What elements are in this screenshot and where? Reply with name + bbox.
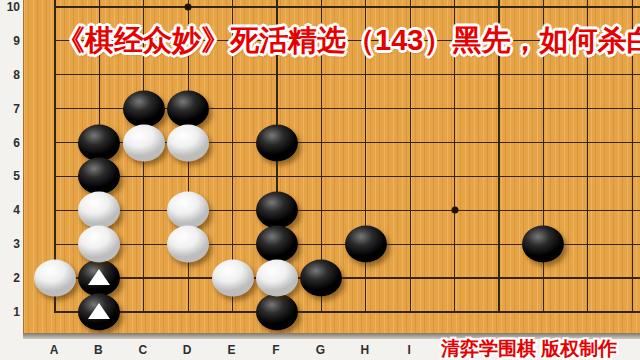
title-banner: 《棋经众妙》死活精选（143）黑先，如何杀白？ (56, 21, 640, 61)
white-stone-B4 (78, 192, 120, 229)
black-stone-L3 (522, 226, 564, 263)
grid-hline (54, 74, 640, 75)
black-stone-B2 (78, 260, 120, 297)
triangle-marker (88, 268, 110, 284)
black-stone-F6 (256, 124, 298, 161)
col-label-E: E (228, 343, 236, 357)
white-stone-E2 (212, 260, 254, 297)
black-stone-H3 (345, 226, 387, 263)
row-label-7: 7 (1, 102, 20, 116)
col-label-I: I (408, 343, 411, 357)
credit-text: 清弈学围棋 版权制作 (441, 336, 617, 360)
black-stone-F1 (256, 294, 298, 331)
row-label-2: 2 (1, 271, 20, 285)
row-label-10: 10 (1, 0, 20, 14)
white-stone-C6 (123, 124, 165, 161)
white-stone-A2 (34, 260, 76, 297)
white-stone-B3 (78, 226, 120, 263)
star-point-J4 (451, 207, 458, 214)
black-stone-B5 (78, 158, 120, 195)
white-stone-D6 (167, 124, 209, 161)
row-label-6: 6 (1, 136, 20, 150)
white-stone-F2 (256, 260, 298, 297)
black-stone-F4 (256, 192, 298, 229)
col-label-B: B (94, 343, 103, 357)
grid-hline (54, 210, 640, 211)
col-label-A: A (50, 343, 59, 357)
row-label-4: 4 (1, 203, 20, 217)
col-label-H: H (360, 343, 369, 357)
triangle-marker (88, 302, 110, 318)
white-stone-D3 (167, 226, 209, 263)
black-stone-D7 (167, 90, 209, 127)
row-label-9: 9 (1, 34, 20, 48)
col-label-F: F (272, 343, 279, 357)
black-stone-B1 (78, 294, 120, 331)
black-stone-B6 (78, 124, 120, 161)
col-label-D: D (183, 343, 192, 357)
col-label-C: C (138, 343, 147, 357)
col-label-G: G (316, 343, 325, 357)
black-stone-G2 (300, 260, 342, 297)
row-label-1: 1 (1, 305, 20, 319)
grid-hline (54, 6, 640, 7)
black-stone-C7 (123, 90, 165, 127)
row-label-5: 5 (1, 169, 20, 183)
grid-hline (54, 176, 640, 177)
grid-hline (54, 311, 640, 312)
white-stone-D4 (167, 192, 209, 229)
grid-hline (54, 277, 640, 278)
star-point-D10 (185, 3, 192, 10)
row-label-3: 3 (1, 237, 20, 251)
video-frame: 10987654321 ABCDEFGHI 《棋经众妙》死活精选（143）黑先，… (0, 0, 640, 360)
black-stone-F3 (256, 226, 298, 263)
row-label-8: 8 (1, 68, 20, 82)
